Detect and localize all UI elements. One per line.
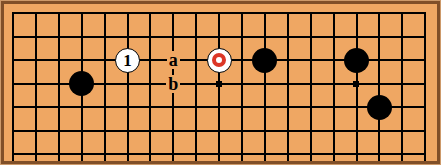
star-point-icon — [353, 81, 359, 87]
stone-cell — [70, 72, 93, 96]
stone-cell — [345, 48, 368, 72]
point-label-cell: b — [162, 72, 185, 96]
star-point-icon — [216, 81, 222, 87]
point-label-cell: a — [162, 48, 185, 72]
star-point-cell — [208, 72, 231, 96]
go-board: 1ab — [4, 4, 437, 161]
white-stone-numbered: 1 — [115, 48, 140, 73]
stone-cell — [368, 95, 391, 119]
star-point-cell — [345, 72, 368, 96]
black-stone — [252, 48, 277, 73]
move-number-label: 1 — [123, 52, 132, 69]
white-stone-circled — [207, 48, 232, 73]
point-label-a: a — [167, 51, 180, 69]
stone-cell: 1 — [116, 48, 139, 72]
black-stone — [367, 95, 392, 120]
point-label-b: b — [166, 75, 180, 93]
board-frame: 1ab — [0, 0, 441, 165]
black-stone — [344, 48, 369, 73]
stones-layer: 1ab — [4, 4, 436, 161]
stone-cell — [208, 48, 231, 72]
stone-cell — [253, 48, 276, 72]
black-stone — [69, 71, 94, 96]
circle-mark-icon — [212, 53, 226, 67]
